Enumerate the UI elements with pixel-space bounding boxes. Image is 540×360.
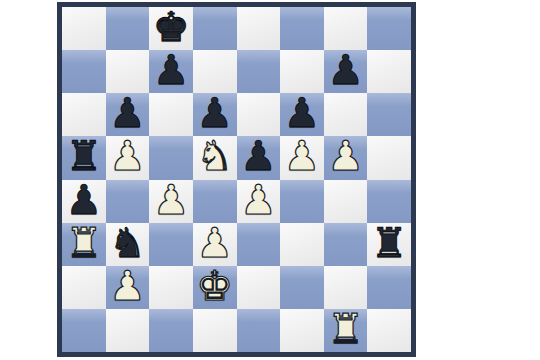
square-e5[interactable]: ♟ (237, 136, 281, 179)
white-rook-icon: ♜ (327, 309, 364, 350)
black-pawn-icon: ♟ (240, 136, 277, 177)
black-pawn-icon: ♟ (284, 93, 321, 134)
black-pawn-icon: ♟ (196, 93, 233, 134)
black-knight-icon: ♞ (109, 223, 146, 264)
square-a1[interactable] (62, 309, 106, 352)
square-h1[interactable] (367, 309, 411, 352)
square-d1[interactable] (193, 309, 237, 352)
square-c1[interactable] (149, 309, 193, 352)
square-f1[interactable] (280, 309, 324, 352)
square-d4[interactable] (193, 180, 237, 223)
square-h7[interactable] (367, 50, 411, 93)
square-h4[interactable] (367, 180, 411, 223)
square-d6[interactable]: ♟ (193, 93, 237, 136)
black-pawn-icon: ♟ (327, 50, 364, 91)
square-e1[interactable] (237, 309, 281, 352)
square-a5[interactable]: ♜ (62, 136, 106, 179)
square-e2[interactable] (237, 266, 281, 309)
white-pawn-icon: ♟ (327, 136, 364, 177)
black-king-icon: ♚ (153, 7, 190, 48)
white-pawn-icon: ♟ (240, 180, 277, 221)
square-c7[interactable]: ♟ (149, 50, 193, 93)
square-a6[interactable] (62, 93, 106, 136)
square-a7[interactable] (62, 50, 106, 93)
square-b6[interactable]: ♟ (106, 93, 150, 136)
square-g4[interactable] (324, 180, 368, 223)
black-rook-icon: ♜ (65, 136, 102, 177)
square-d3[interactable]: ♟ (193, 223, 237, 266)
white-pawn-icon: ♟ (196, 223, 233, 264)
white-knight-icon: ♞ (196, 136, 233, 177)
square-f8[interactable] (280, 7, 324, 50)
square-c3[interactable] (149, 223, 193, 266)
square-h3[interactable]: ♜ (367, 223, 411, 266)
square-c5[interactable] (149, 136, 193, 179)
square-a8[interactable] (62, 7, 106, 50)
square-e3[interactable] (237, 223, 281, 266)
square-a3[interactable]: ♜ (62, 223, 106, 266)
square-h2[interactable] (367, 266, 411, 309)
black-pawn-icon: ♟ (65, 180, 102, 221)
square-d8[interactable] (193, 7, 237, 50)
square-f5[interactable]: ♟ (280, 136, 324, 179)
white-king-icon: ♚ (196, 266, 233, 307)
square-b8[interactable] (106, 7, 150, 50)
square-f6[interactable]: ♟ (280, 93, 324, 136)
square-h8[interactable] (367, 7, 411, 50)
square-e8[interactable] (237, 7, 281, 50)
square-g6[interactable] (324, 93, 368, 136)
black-rook-icon: ♜ (371, 223, 408, 264)
black-pawn-icon: ♟ (109, 93, 146, 134)
chess-board: ♚♟♟♟♟♟♜♟♞♟♟♟♟♟♟♜♞♟♜♟♚♜ (57, 2, 416, 357)
square-c6[interactable] (149, 93, 193, 136)
square-b2[interactable]: ♟ (106, 266, 150, 309)
square-g5[interactable]: ♟ (324, 136, 368, 179)
square-c2[interactable] (149, 266, 193, 309)
square-b5[interactable]: ♟ (106, 136, 150, 179)
square-h6[interactable] (367, 93, 411, 136)
white-pawn-icon: ♟ (153, 180, 190, 221)
square-g3[interactable] (324, 223, 368, 266)
white-pawn-icon: ♟ (284, 136, 321, 177)
square-c8[interactable]: ♚ (149, 7, 193, 50)
square-b3[interactable]: ♞ (106, 223, 150, 266)
square-b7[interactable] (106, 50, 150, 93)
square-g1[interactable]: ♜ (324, 309, 368, 352)
square-d5[interactable]: ♞ (193, 136, 237, 179)
square-d7[interactable] (193, 50, 237, 93)
white-pawn-icon: ♟ (109, 136, 146, 177)
page-background: ♚♟♟♟♟♟♜♟♞♟♟♟♟♟♟♜♞♟♜♟♚♜ (0, 0, 540, 360)
white-pawn-icon: ♟ (109, 266, 146, 307)
black-pawn-icon: ♟ (153, 50, 190, 91)
square-f7[interactable] (280, 50, 324, 93)
square-e7[interactable] (237, 50, 281, 93)
square-d2[interactable]: ♚ (193, 266, 237, 309)
square-f4[interactable] (280, 180, 324, 223)
square-f3[interactable] (280, 223, 324, 266)
square-g8[interactable] (324, 7, 368, 50)
square-b1[interactable] (106, 309, 150, 352)
square-e4[interactable]: ♟ (237, 180, 281, 223)
square-h5[interactable] (367, 136, 411, 179)
square-a2[interactable] (62, 266, 106, 309)
square-c4[interactable]: ♟ (149, 180, 193, 223)
white-rook-icon: ♜ (65, 223, 102, 264)
square-f2[interactable] (280, 266, 324, 309)
square-g7[interactable]: ♟ (324, 50, 368, 93)
square-g2[interactable] (324, 266, 368, 309)
square-e6[interactable] (237, 93, 281, 136)
square-b4[interactable] (106, 180, 150, 223)
square-a4[interactable]: ♟ (62, 180, 106, 223)
